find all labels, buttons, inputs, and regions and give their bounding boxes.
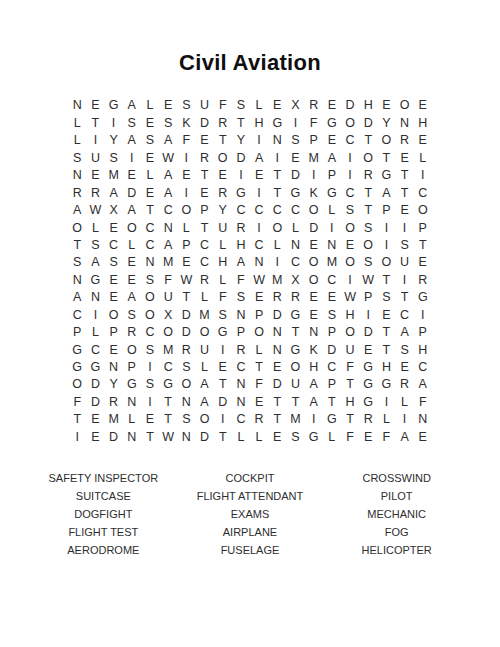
grid-cell[interactable]: T (396, 184, 414, 201)
grid-cell[interactable]: I (177, 184, 195, 201)
grid-cell[interactable]: O (377, 132, 395, 149)
grid-cell[interactable]: H (359, 97, 377, 114)
grid-cell[interactable]: X (286, 271, 304, 288)
grid-cell[interactable]: F (214, 97, 232, 114)
grid-cell[interactable]: E (105, 341, 123, 358)
grid-cell[interactable]: G (377, 376, 395, 393)
grid-cell[interactable]: S (68, 254, 86, 271)
grid-cell[interactable]: U (195, 97, 213, 114)
grid-cell[interactable]: S (68, 149, 86, 166)
grid-cell[interactable]: Y (105, 132, 123, 149)
grid-cell[interactable]: X (159, 306, 177, 323)
grid-cell[interactable]: D (268, 306, 286, 323)
grid-cell[interactable]: O (177, 376, 195, 393)
grid-cell[interactable]: S (286, 132, 304, 149)
grid-cell[interactable]: C (68, 306, 86, 323)
grid-cell[interactable]: E (123, 167, 141, 184)
grid-cell[interactable]: I (141, 359, 159, 376)
grid-cell[interactable]: W (159, 428, 177, 445)
grid-cell[interactable]: N (141, 254, 159, 271)
grid-cell[interactable]: I (268, 254, 286, 271)
grid-cell[interactable]: O (141, 289, 159, 306)
grid-cell[interactable]: S (141, 271, 159, 288)
grid-cell[interactable]: I (377, 237, 395, 254)
grid-cell[interactable]: D (214, 393, 232, 410)
grid-cell[interactable]: L (86, 219, 104, 236)
grid-cell[interactable]: G (123, 376, 141, 393)
grid-cell[interactable]: X (286, 97, 304, 114)
grid-cell[interactable]: S (232, 97, 250, 114)
grid-cell[interactable]: G (305, 428, 323, 445)
grid-cell[interactable]: E (396, 149, 414, 166)
grid-cell[interactable]: N (268, 132, 286, 149)
grid-cell[interactable]: T (86, 114, 104, 131)
grid-cell[interactable]: K (177, 114, 195, 131)
grid-cell[interactable]: M (286, 411, 304, 428)
grid-cell[interactable]: A (68, 289, 86, 306)
grid-cell[interactable]: T (414, 237, 432, 254)
grid-cell[interactable]: P (414, 219, 432, 236)
grid-cell[interactable]: O (377, 254, 395, 271)
grid-cell[interactable]: O (414, 202, 432, 219)
grid-cell[interactable]: O (359, 237, 377, 254)
grid-cell[interactable]: M (105, 411, 123, 428)
grid-cell[interactable]: N (68, 271, 86, 288)
grid-cell[interactable]: R (195, 149, 213, 166)
grid-cell[interactable]: E (195, 184, 213, 201)
grid-cell[interactable]: C (86, 341, 104, 358)
grid-cell[interactable]: A (305, 393, 323, 410)
grid-cell[interactable]: R (214, 184, 232, 201)
grid-cell[interactable]: E (141, 149, 159, 166)
grid-cell[interactable]: S (123, 306, 141, 323)
grid-cell[interactable]: S (396, 341, 414, 358)
grid-cell[interactable]: Y (214, 202, 232, 219)
grid-cell[interactable]: T (359, 202, 377, 219)
grid-cell[interactable]: E (341, 237, 359, 254)
grid-cell[interactable]: G (159, 376, 177, 393)
grid-cell[interactable]: T (286, 324, 304, 341)
grid-cell[interactable]: W (159, 149, 177, 166)
grid-cell[interactable]: T (377, 271, 395, 288)
grid-cell[interactable]: T (286, 393, 304, 410)
grid-cell[interactable]: G (359, 376, 377, 393)
grid-cell[interactable]: A (195, 376, 213, 393)
grid-cell[interactable]: O (141, 306, 159, 323)
grid-cell[interactable]: C (195, 254, 213, 271)
grid-cell[interactable]: G (323, 411, 341, 428)
grid-cell[interactable]: W (86, 202, 104, 219)
grid-cell[interactable]: G (105, 97, 123, 114)
grid-cell[interactable]: I (305, 167, 323, 184)
grid-cell[interactable]: C (286, 254, 304, 271)
grid-cell[interactable]: G (68, 359, 86, 376)
grid-cell[interactable]: P (232, 324, 250, 341)
grid-cell[interactable]: A (232, 254, 250, 271)
grid-cell[interactable]: R (305, 97, 323, 114)
grid-cell[interactable]: A (123, 289, 141, 306)
grid-cell[interactable]: F (68, 393, 86, 410)
grid-cell[interactable]: S (177, 97, 195, 114)
grid-cell[interactable]: S (86, 237, 104, 254)
grid-cell[interactable]: I (105, 114, 123, 131)
grid-cell[interactable]: E (305, 306, 323, 323)
grid-cell[interactable]: U (159, 289, 177, 306)
grid-cell[interactable]: G (86, 271, 104, 288)
grid-cell[interactable]: L (250, 428, 268, 445)
grid-cell[interactable]: E (305, 237, 323, 254)
grid-cell[interactable]: D (123, 184, 141, 201)
grid-cell[interactable]: E (177, 254, 195, 271)
grid-cell[interactable]: C (159, 202, 177, 219)
grid-cell[interactable]: M (323, 254, 341, 271)
grid-cell[interactable]: G (359, 393, 377, 410)
grid-cell[interactable]: C (159, 359, 177, 376)
grid-cell[interactable]: I (396, 219, 414, 236)
grid-cell[interactable]: P (323, 376, 341, 393)
grid-cell[interactable]: T (268, 184, 286, 201)
grid-cell[interactable]: E (123, 271, 141, 288)
grid-cell[interactable]: I (377, 393, 395, 410)
grid-cell[interactable]: E (414, 132, 432, 149)
grid-cell[interactable]: A (68, 202, 86, 219)
grid-cell[interactable]: I (414, 167, 432, 184)
grid-cell[interactable]: T (250, 359, 268, 376)
grid-cell[interactable]: G (68, 341, 86, 358)
grid-cell[interactable]: T (214, 428, 232, 445)
grid-cell[interactable]: U (86, 149, 104, 166)
grid-cell[interactable]: U (214, 219, 232, 236)
grid-cell[interactable]: E (268, 97, 286, 114)
grid-cell[interactable]: U (195, 341, 213, 358)
grid-cell[interactable]: E (105, 271, 123, 288)
grid-cell[interactable]: I (341, 271, 359, 288)
grid-cell[interactable]: T (359, 184, 377, 201)
grid-cell[interactable]: R (396, 376, 414, 393)
grid-cell[interactable]: P (305, 132, 323, 149)
grid-cell[interactable]: P (123, 359, 141, 376)
grid-cell[interactable]: C (268, 202, 286, 219)
grid-cell[interactable]: I (214, 341, 232, 358)
grid-cell[interactable]: A (159, 167, 177, 184)
grid-cell[interactable]: D (341, 97, 359, 114)
grid-cell[interactable]: H (341, 393, 359, 410)
grid-cell[interactable]: G (323, 184, 341, 201)
grid-cell[interactable]: I (414, 306, 432, 323)
grid-cell[interactable]: I (214, 411, 232, 428)
grid-cell[interactable]: T (232, 114, 250, 131)
grid-cell[interactable]: M (105, 167, 123, 184)
grid-cell[interactable]: I (359, 306, 377, 323)
grid-cell[interactable]: G (377, 167, 395, 184)
grid-cell[interactable]: F (214, 289, 232, 306)
grid-cell[interactable]: R (214, 114, 232, 131)
grid-cell[interactable]: N (177, 428, 195, 445)
grid-cell[interactable]: S (286, 428, 304, 445)
grid-cell[interactable]: T (177, 289, 195, 306)
grid-cell[interactable]: A (323, 149, 341, 166)
grid-cell[interactable]: R (232, 219, 250, 236)
grid-cell[interactable]: O (305, 271, 323, 288)
grid-cell[interactable]: G (286, 306, 304, 323)
grid-cell[interactable]: L (268, 237, 286, 254)
grid-cell[interactable]: L (214, 271, 232, 288)
grid-cell[interactable]: D (86, 376, 104, 393)
grid-cell[interactable]: F (341, 359, 359, 376)
grid-cell[interactable]: N (414, 411, 432, 428)
grid-cell[interactable]: O (123, 341, 141, 358)
grid-cell[interactable]: T (377, 324, 395, 341)
grid-cell[interactable]: E (359, 428, 377, 445)
grid-cell[interactable]: E (86, 411, 104, 428)
grid-cell[interactable]: A (305, 376, 323, 393)
grid-cell[interactable]: O (68, 376, 86, 393)
grid-cell[interactable]: E (268, 359, 286, 376)
grid-cell[interactable]: G (286, 341, 304, 358)
grid-cell[interactable]: E (177, 167, 195, 184)
grid-cell[interactable]: M (268, 271, 286, 288)
grid-cell[interactable]: T (268, 393, 286, 410)
grid-cell[interactable]: N (286, 237, 304, 254)
grid-cell[interactable]: T (359, 132, 377, 149)
grid-cell[interactable]: E (250, 393, 268, 410)
grid-cell[interactable]: N (177, 393, 195, 410)
grid-cell[interactable]: A (159, 132, 177, 149)
grid-cell[interactable]: R (232, 341, 250, 358)
grid-cell[interactable]: D (286, 167, 304, 184)
grid-cell[interactable]: I (286, 114, 304, 131)
grid-cell[interactable]: E (377, 97, 395, 114)
grid-cell[interactable]: T (268, 411, 286, 428)
grid-cell[interactable]: G (359, 359, 377, 376)
grid-cell[interactable]: S (105, 149, 123, 166)
grid-cell[interactable]: I (141, 393, 159, 410)
grid-cell[interactable]: R (86, 184, 104, 201)
grid-cell[interactable]: N (232, 306, 250, 323)
grid-cell[interactable]: C (341, 132, 359, 149)
grid-cell[interactable]: K (305, 184, 323, 201)
grid-cell[interactable]: A (123, 132, 141, 149)
grid-cell[interactable]: S (105, 254, 123, 271)
grid-cell[interactable]: S (359, 254, 377, 271)
grid-cell[interactable]: K (305, 341, 323, 358)
grid-cell[interactable]: T (159, 393, 177, 410)
grid-cell[interactable]: L (323, 428, 341, 445)
grid-cell[interactable]: R (123, 324, 141, 341)
grid-cell[interactable]: S (377, 289, 395, 306)
grid-cell[interactable]: R (68, 184, 86, 201)
grid-cell[interactable]: W (341, 289, 359, 306)
grid-cell[interactable]: T (141, 202, 159, 219)
grid-cell[interactable]: T (195, 219, 213, 236)
grid-cell[interactable]: H (414, 341, 432, 358)
grid-cell[interactable]: R (177, 341, 195, 358)
grid-cell[interactable]: O (177, 202, 195, 219)
grid-cell[interactable]: N (86, 289, 104, 306)
grid-cell[interactable]: Y (105, 376, 123, 393)
grid-cell[interactable]: O (396, 97, 414, 114)
grid-cell[interactable]: O (195, 324, 213, 341)
grid-cell[interactable]: I (268, 149, 286, 166)
grid-cell[interactable]: G (286, 184, 304, 201)
grid-cell[interactable]: R (396, 132, 414, 149)
grid-cell[interactable]: D (105, 428, 123, 445)
grid-cell[interactable]: F (232, 271, 250, 288)
grid-cell[interactable]: I (305, 411, 323, 428)
grid-cell[interactable]: E (323, 289, 341, 306)
grid-cell[interactable]: E (286, 149, 304, 166)
grid-cell[interactable]: E (214, 359, 232, 376)
grid-cell[interactable]: A (195, 393, 213, 410)
grid-cell[interactable]: P (250, 306, 268, 323)
grid-cell[interactable]: I (250, 219, 268, 236)
grid-cell[interactable]: E (105, 219, 123, 236)
grid-cell[interactable]: I (177, 149, 195, 166)
grid-cell[interactable]: A (377, 184, 395, 201)
grid-cell[interactable]: T (268, 167, 286, 184)
grid-cell[interactable]: C (341, 184, 359, 201)
grid-cell[interactable]: N (323, 237, 341, 254)
grid-cell[interactable]: S (232, 289, 250, 306)
grid-cell[interactable]: G (86, 359, 104, 376)
grid-cell[interactable]: I (250, 184, 268, 201)
grid-cell[interactable]: O (359, 149, 377, 166)
grid-cell[interactable]: T (341, 411, 359, 428)
grid-cell[interactable]: R (414, 271, 432, 288)
grid-cell[interactable]: N (268, 324, 286, 341)
grid-cell[interactable]: R (268, 289, 286, 306)
grid-cell[interactable]: M (305, 149, 323, 166)
grid-cell[interactable]: O (268, 219, 286, 236)
grid-cell[interactable]: O (341, 324, 359, 341)
grid-cell[interactable]: A (123, 202, 141, 219)
grid-cell[interactable]: E (268, 428, 286, 445)
grid-cell[interactable]: M (159, 341, 177, 358)
grid-cell[interactable]: D (359, 114, 377, 131)
grid-cell[interactable]: L (123, 411, 141, 428)
grid-cell[interactable]: F (305, 114, 323, 131)
grid-cell[interactable]: A (123, 97, 141, 114)
grid-cell[interactable]: G (268, 114, 286, 131)
grid-cell[interactable]: D (177, 306, 195, 323)
grid-cell[interactable]: E (86, 428, 104, 445)
grid-cell[interactable]: R (359, 411, 377, 428)
grid-cell[interactable]: D (359, 324, 377, 341)
grid-cell[interactable]: S (159, 114, 177, 131)
grid-cell[interactable]: S (141, 132, 159, 149)
grid-cell[interactable]: D (305, 219, 323, 236)
grid-cell[interactable]: L (232, 428, 250, 445)
grid-cell[interactable]: L (141, 97, 159, 114)
grid-cell[interactable]: E (123, 254, 141, 271)
grid-cell[interactable]: P (177, 237, 195, 254)
grid-cell[interactable]: E (141, 114, 159, 131)
grid-cell[interactable]: E (159, 97, 177, 114)
grid-cell[interactable]: E (105, 289, 123, 306)
grid-cell[interactable]: L (68, 114, 86, 131)
grid-cell[interactable]: E (396, 202, 414, 219)
grid-cell[interactable]: G (414, 289, 432, 306)
grid-cell[interactable]: D (195, 114, 213, 131)
grid-cell[interactable]: Y (377, 114, 395, 131)
grid-cell[interactable]: C (195, 237, 213, 254)
grid-cell[interactable]: T (323, 393, 341, 410)
grid-cell[interactable]: C (250, 202, 268, 219)
grid-cell[interactable]: C (414, 359, 432, 376)
grid-cell[interactable]: F (414, 393, 432, 410)
grid-cell[interactable]: N (68, 167, 86, 184)
grid-cell[interactable]: F (377, 428, 395, 445)
grid-cell[interactable]: L (141, 167, 159, 184)
grid-cell[interactable]: N (123, 428, 141, 445)
grid-cell[interactable]: A (105, 184, 123, 201)
grid-cell[interactable]: O (195, 411, 213, 428)
grid-cell[interactable]: P (323, 324, 341, 341)
grid-cell[interactable]: E (86, 97, 104, 114)
grid-cell[interactable]: W (177, 271, 195, 288)
grid-cell[interactable]: U (396, 254, 414, 271)
grid-cell[interactable]: L (214, 237, 232, 254)
grid-cell[interactable]: C (414, 184, 432, 201)
grid-cell[interactable]: I (396, 271, 414, 288)
grid-cell[interactable]: N (68, 97, 86, 114)
grid-cell[interactable]: A (396, 428, 414, 445)
grid-cell[interactable]: H (305, 359, 323, 376)
grid-cell[interactable]: S (177, 359, 195, 376)
grid-cell[interactable]: T (341, 376, 359, 393)
grid-cell[interactable]: P (323, 167, 341, 184)
grid-cell[interactable]: W (359, 271, 377, 288)
grid-cell[interactable]: S (177, 411, 195, 428)
grid-cell[interactable]: A (396, 324, 414, 341)
grid-cell[interactable]: O (250, 324, 268, 341)
grid-cell[interactable]: C (232, 202, 250, 219)
grid-cell[interactable]: L (86, 324, 104, 341)
grid-cell[interactable]: P (195, 202, 213, 219)
grid-cell[interactable]: U (286, 376, 304, 393)
grid-cell[interactable]: O (305, 254, 323, 271)
grid-cell[interactable]: D (86, 393, 104, 410)
grid-cell[interactable]: E (323, 97, 341, 114)
grid-cell[interactable]: I (341, 167, 359, 184)
grid-cell[interactable]: N (268, 341, 286, 358)
grid-cell[interactable]: X (105, 202, 123, 219)
grid-cell[interactable]: E (396, 359, 414, 376)
grid-cell[interactable]: C (105, 237, 123, 254)
grid-cell[interactable]: C (141, 219, 159, 236)
grid-cell[interactable]: O (286, 359, 304, 376)
grid-cell[interactable]: I (250, 132, 268, 149)
grid-cell[interactable]: C (232, 359, 250, 376)
grid-cell[interactable]: L (250, 97, 268, 114)
grid-cell[interactable]: M (195, 306, 213, 323)
grid-cell[interactable]: N (305, 324, 323, 341)
grid-cell[interactable]: L (396, 393, 414, 410)
grid-cell[interactable]: H (214, 254, 232, 271)
grid-cell[interactable]: P (105, 324, 123, 341)
grid-cell[interactable]: S (341, 202, 359, 219)
grid-cell[interactable]: S (396, 237, 414, 254)
grid-cell[interactable]: C (286, 202, 304, 219)
grid-cell[interactable]: P (414, 324, 432, 341)
grid-cell[interactable]: O (123, 219, 141, 236)
grid-cell[interactable]: Y (232, 132, 250, 149)
grid-cell[interactable]: O (214, 149, 232, 166)
grid-cell[interactable]: I (86, 132, 104, 149)
grid-cell[interactable]: I (396, 411, 414, 428)
grid-cell[interactable]: R (195, 271, 213, 288)
grid-cell[interactable]: E (323, 132, 341, 149)
